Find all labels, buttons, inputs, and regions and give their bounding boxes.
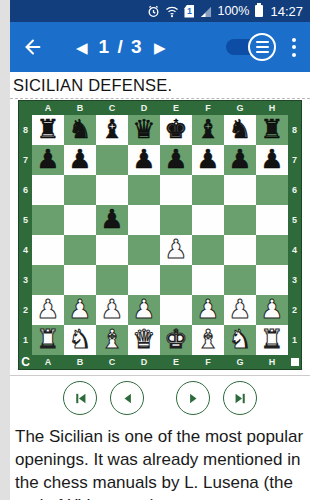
piece-black-pawn: ♟	[32, 145, 64, 174]
file-label-b: B	[64, 101, 96, 115]
file-label-d: D	[128, 101, 160, 115]
rank-label-2: 2	[288, 295, 301, 325]
rank-label-1: 1	[19, 325, 32, 355]
square-f7[interactable]: ♟	[192, 145, 224, 175]
rank-label-7: 7	[288, 145, 301, 175]
square-a2[interactable]: ♟	[32, 295, 64, 325]
toggle-thumb-lines-icon	[248, 33, 276, 61]
square-g6[interactable]	[224, 175, 256, 205]
square-a6[interactable]	[32, 175, 64, 205]
piece-black-pawn: ♟	[160, 145, 192, 174]
app-screen: 1 100% 14:27 ◀ 1 / 3 ▶ SICILIAN DEFENSE.…	[10, 0, 310, 500]
square-h1[interactable]: ♜	[256, 325, 288, 355]
file-label-a: A	[32, 355, 64, 369]
piece-black-queen: ♛	[128, 115, 160, 144]
square-d7[interactable]: ♟	[128, 145, 160, 175]
signal-icon	[199, 5, 212, 18]
piece-white-pawn: ♟	[160, 235, 192, 264]
square-f5[interactable]	[192, 205, 224, 235]
previous-icon	[119, 390, 136, 407]
square-c2[interactable]: ♟	[96, 295, 128, 325]
sim-slot-number: 1	[187, 6, 192, 16]
square-h7[interactable]: ♟	[256, 145, 288, 175]
corner	[19, 101, 32, 115]
piece-white-pawn: ♟	[192, 295, 224, 324]
rotate-board-icon[interactable]: C	[19, 355, 32, 369]
piece-black-bishop: ♝	[192, 115, 224, 144]
square-e4[interactable]: ♟	[160, 235, 192, 265]
rank-label-3: 3	[288, 265, 301, 295]
square-f8[interactable]: ♝	[192, 115, 224, 145]
square-g8[interactable]: ♞	[224, 115, 256, 145]
piece-white-bishop: ♝	[96, 325, 128, 354]
skip-to-start-icon	[72, 390, 89, 407]
square-c6[interactable]	[96, 175, 128, 205]
piece-white-king: ♚	[160, 325, 192, 354]
move-controls	[10, 378, 310, 418]
piece-white-pawn: ♟	[96, 295, 128, 324]
square-f1[interactable]: ♝	[192, 325, 224, 355]
piece-white-bishop: ♝	[192, 325, 224, 354]
square-b5[interactable]	[64, 205, 96, 235]
square-h2[interactable]: ♟	[256, 295, 288, 325]
next-icon	[185, 390, 202, 407]
square-h8[interactable]: ♜	[256, 115, 288, 145]
square-h5[interactable]	[256, 205, 288, 235]
file-label-c: C	[96, 355, 128, 369]
square-e2[interactable]	[160, 295, 192, 325]
square-b8[interactable]: ♞	[64, 115, 96, 145]
square-a4[interactable]	[32, 235, 64, 265]
square-c3[interactable]	[96, 265, 128, 295]
battery-percent: 100%	[217, 0, 249, 22]
piece-black-king: ♚	[160, 115, 192, 144]
chess-board[interactable]: ABCDEFGH87654321♜♞♝♛♚♝♞♜♟♟♟♟♟♟♟♟♟♟♟♟♟♟♟♟…	[18, 100, 302, 370]
corner	[288, 101, 301, 115]
square-d5[interactable]	[128, 205, 160, 235]
square-d3[interactable]	[128, 265, 160, 295]
squares-grid: ♜♞♝♛♚♝♞♜♟♟♟♟♟♟♟♟♟♟♟♟♟♟♟♟♜♞♝♛♚♝♞♜	[32, 115, 288, 355]
rank-label-1: 1	[288, 325, 301, 355]
rank-label-2: 2	[19, 295, 32, 325]
piece-white-queen: ♛	[128, 325, 160, 354]
square-h6[interactable]	[256, 175, 288, 205]
square-h4[interactable]	[256, 235, 288, 265]
piece-black-pawn: ♟	[96, 205, 128, 234]
square-a5[interactable]	[32, 205, 64, 235]
piece-black-pawn: ♟	[224, 145, 256, 174]
file-label-e: E	[160, 101, 192, 115]
rank-labels-left: 87654321	[19, 115, 32, 355]
square-c7[interactable]	[96, 145, 128, 175]
side-to-move-indicator	[288, 355, 301, 369]
board-view-toggle[interactable]	[226, 32, 276, 62]
file-label-e: E	[160, 355, 192, 369]
square-d8[interactable]: ♛	[128, 115, 160, 145]
piece-white-rook: ♜	[32, 325, 64, 354]
sim-icon: 1	[184, 5, 194, 18]
piece-black-pawn: ♟	[64, 145, 96, 174]
piece-white-pawn: ♟	[32, 295, 64, 324]
file-label-g: G	[224, 355, 256, 369]
skip-to-end-icon	[232, 390, 249, 407]
rank-label-6: 6	[288, 175, 301, 205]
piece-black-knight: ♞	[64, 115, 96, 144]
square-d4[interactable]	[128, 235, 160, 265]
rank-label-7: 7	[19, 145, 32, 175]
square-e6[interactable]	[160, 175, 192, 205]
square-e3[interactable]	[160, 265, 192, 295]
page-indicator: 1 / 3	[99, 36, 143, 58]
square-e1[interactable]: ♚	[160, 325, 192, 355]
next-page-icon[interactable]: ▶	[154, 40, 166, 55]
piece-white-pawn: ♟	[224, 295, 256, 324]
square-c5[interactable]: ♟	[96, 205, 128, 235]
overflow-menu-icon[interactable]	[290, 34, 298, 61]
clock: 14:27	[270, 4, 303, 19]
square-h3[interactable]	[256, 265, 288, 295]
piece-white-rook: ♜	[256, 325, 288, 354]
square-d6[interactable]	[128, 175, 160, 205]
file-labels-bottom: CABCDEFGH	[19, 355, 301, 369]
square-g7[interactable]: ♟	[224, 145, 256, 175]
square-d2[interactable]: ♟	[128, 295, 160, 325]
piece-white-knight: ♞	[224, 325, 256, 354]
square-c4[interactable]	[96, 235, 128, 265]
rank-label-5: 5	[288, 205, 301, 235]
file-label-f: F	[192, 355, 224, 369]
rank-label-3: 3	[19, 265, 32, 295]
square-a1[interactable]: ♜	[32, 325, 64, 355]
square-e7[interactable]: ♟	[160, 145, 192, 175]
piece-black-pawn: ♟	[192, 145, 224, 174]
app-bar: ◀ 1 / 3 ▶	[10, 22, 310, 72]
rank-label-8: 8	[288, 115, 301, 145]
square-g5[interactable]	[224, 205, 256, 235]
file-label-g: G	[224, 101, 256, 115]
page-navigator: ◀ 1 / 3 ▶	[76, 36, 166, 58]
piece-black-rook: ♜	[32, 115, 64, 144]
piece-black-rook: ♜	[256, 115, 288, 144]
piece-black-knight: ♞	[224, 115, 256, 144]
opening-description: The Sicilian is one of the most popular …	[10, 418, 310, 500]
rank-label-8: 8	[19, 115, 32, 145]
piece-white-pawn: ♟	[256, 295, 288, 324]
first-move-button[interactable]	[63, 381, 97, 415]
battery-icon	[255, 5, 263, 17]
rank-label-6: 6	[19, 175, 32, 205]
square-a7[interactable]: ♟	[32, 145, 64, 175]
square-g1[interactable]: ♞	[224, 325, 256, 355]
rank-labels-right: 87654321	[288, 115, 301, 355]
board-middle: 87654321♜♞♝♛♚♝♞♜♟♟♟♟♟♟♟♟♟♟♟♟♟♟♟♟♜♞♝♛♚♝♞♜…	[19, 115, 301, 355]
square-e8[interactable]: ♚	[160, 115, 192, 145]
rank-label-4: 4	[288, 235, 301, 265]
file-label-d: D	[128, 355, 160, 369]
prev-page-icon[interactable]: ◀	[76, 40, 88, 55]
piece-white-pawn: ♟	[64, 295, 96, 324]
square-b3[interactable]	[64, 265, 96, 295]
square-g4[interactable]	[224, 235, 256, 265]
board-panel: ABCDEFGH87654321♜♞♝♛♚♝♞♜♟♟♟♟♟♟♟♟♟♟♟♟♟♟♟♟…	[10, 98, 310, 376]
square-f2[interactable]: ♟	[192, 295, 224, 325]
square-b7[interactable]: ♟	[64, 145, 96, 175]
square-g3[interactable]	[224, 265, 256, 295]
file-label-b: B	[64, 355, 96, 369]
square-c8[interactable]: ♝	[96, 115, 128, 145]
square-b6[interactable]	[64, 175, 96, 205]
piece-black-pawn: ♟	[256, 145, 288, 174]
back-button[interactable]	[22, 36, 44, 58]
last-move-button[interactable]	[223, 381, 257, 415]
piece-black-pawn: ♟	[128, 145, 160, 174]
status-bar: 1 100% 14:27	[10, 0, 310, 22]
square-g2[interactable]: ♟	[224, 295, 256, 325]
square-d1[interactable]: ♛	[128, 325, 160, 355]
square-c1[interactable]: ♝	[96, 325, 128, 355]
file-label-a: A	[32, 101, 64, 115]
file-labels-top: ABCDEFGH	[19, 101, 301, 115]
previous-move-button[interactable]	[110, 381, 144, 415]
opening-title: SICILIAN DEFENSE.	[10, 72, 310, 98]
file-label-h: H	[256, 101, 288, 115]
square-f4[interactable]	[192, 235, 224, 265]
square-f6[interactable]	[192, 175, 224, 205]
rank-label-5: 5	[19, 205, 32, 235]
square-b1[interactable]: ♞	[64, 325, 96, 355]
square-f3[interactable]	[192, 265, 224, 295]
alarm-icon	[147, 5, 160, 18]
square-b2[interactable]: ♟	[64, 295, 96, 325]
square-e5[interactable]	[160, 205, 192, 235]
piece-white-knight: ♞	[64, 325, 96, 354]
rank-label-4: 4	[19, 235, 32, 265]
white-to-move-square	[291, 358, 299, 366]
next-move-button[interactable]	[176, 381, 210, 415]
piece-white-pawn: ♟	[128, 295, 160, 324]
square-a8[interactable]: ♜	[32, 115, 64, 145]
piece-black-bishop: ♝	[96, 115, 128, 144]
file-label-h: H	[256, 355, 288, 369]
file-label-c: C	[96, 101, 128, 115]
square-b4[interactable]	[64, 235, 96, 265]
wifi-icon	[165, 5, 179, 18]
file-label-f: F	[192, 101, 224, 115]
square-a3[interactable]	[32, 265, 64, 295]
